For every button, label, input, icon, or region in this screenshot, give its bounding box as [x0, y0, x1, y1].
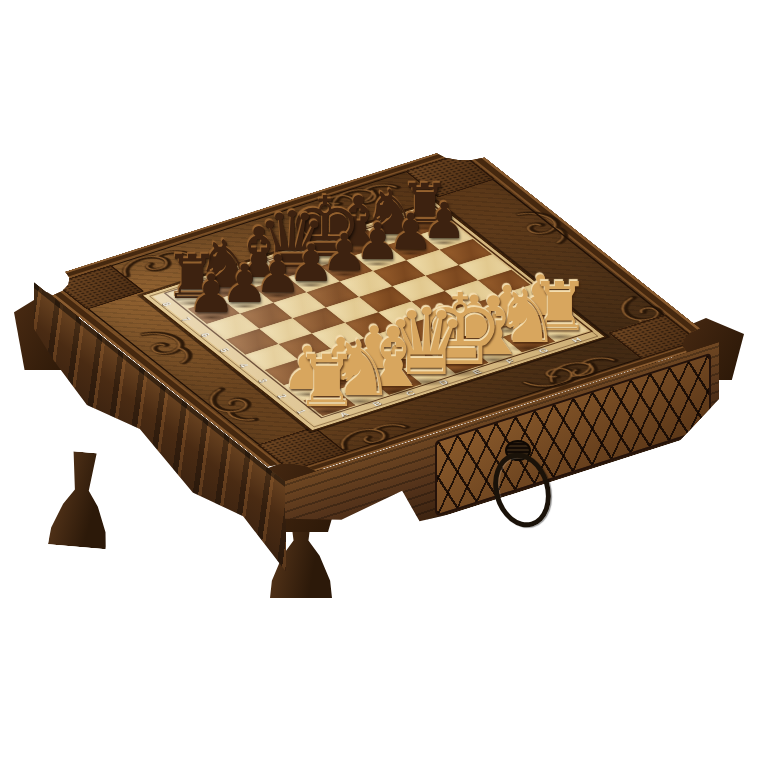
- rank-label-8: 8: [156, 299, 177, 310]
- rank-label-2: 2: [272, 390, 293, 401]
- rank-label-7: 7: [176, 314, 197, 325]
- chess-table-photo: 12345678ABCDEFGH ♜♞♝♛♚♝♞♜♟♟♟♟♟♟♟♟♟♟♟♟♟♟♟…: [0, 0, 775, 775]
- rank-label-4: 4: [233, 360, 254, 371]
- table-leg-left: [48, 450, 114, 550]
- rank-label-5: 5: [214, 345, 235, 356]
- rank-label-3: 3: [253, 375, 274, 386]
- rank-label-6: 6: [195, 329, 216, 340]
- rank-label-1: 1: [291, 406, 312, 417]
